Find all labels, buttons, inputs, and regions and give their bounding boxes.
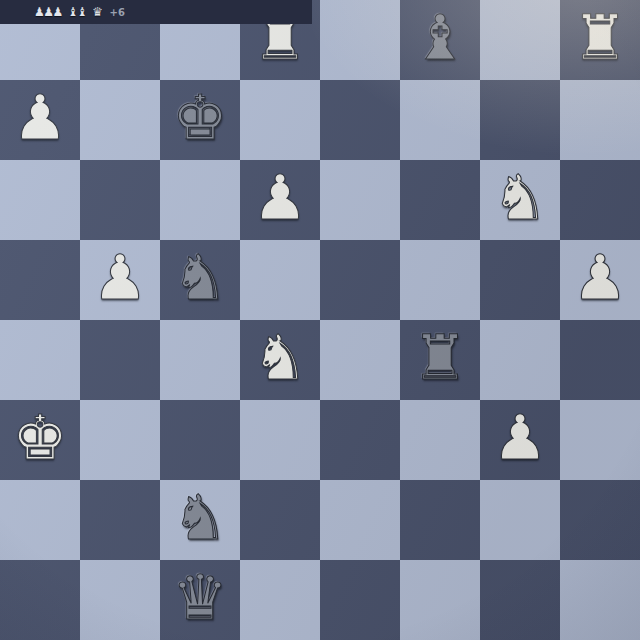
- square-g4[interactable]: [480, 320, 560, 400]
- square-b2[interactable]: [80, 480, 160, 560]
- piece-black-king-c7[interactable]: ♚: [172, 78, 228, 158]
- square-e8[interactable]: [320, 0, 400, 80]
- square-e7[interactable]: [320, 80, 400, 160]
- square-f6[interactable]: [400, 160, 480, 240]
- square-c5[interactable]: ♞: [160, 240, 240, 320]
- square-a1[interactable]: [0, 560, 80, 640]
- square-e5[interactable]: [320, 240, 400, 320]
- square-a7[interactable]: ♟: [0, 80, 80, 160]
- square-a6[interactable]: [0, 160, 80, 240]
- captured-queen-icon: ♛: [92, 5, 101, 19]
- square-b5[interactable]: ♟: [80, 240, 160, 320]
- chess-board: ♜♝♜♟♚♟♞♟♞♟♞♜♚♟♞♛: [0, 0, 640, 640]
- square-h6[interactable]: [560, 160, 640, 240]
- square-h8[interactable]: ♜: [560, 0, 640, 80]
- square-a2[interactable]: [0, 480, 80, 560]
- square-g8[interactable]: [480, 0, 560, 80]
- piece-white-rook-h8[interactable]: ♜: [572, 0, 628, 78]
- square-f3[interactable]: [400, 400, 480, 480]
- captured-bishops-icon: ♝♝: [68, 5, 87, 19]
- square-h7[interactable]: [560, 80, 640, 160]
- square-a4[interactable]: [0, 320, 80, 400]
- piece-white-pawn-a7[interactable]: ♟: [12, 78, 68, 158]
- square-b1[interactable]: [80, 560, 160, 640]
- piece-white-pawn-d6[interactable]: ♟: [252, 158, 308, 238]
- piece-white-pawn-h5[interactable]: ♟: [572, 238, 628, 318]
- square-h1[interactable]: [560, 560, 640, 640]
- piece-black-bishop-f8[interactable]: ♝: [412, 0, 468, 78]
- square-h5[interactable]: ♟: [560, 240, 640, 320]
- piece-black-rook-f4[interactable]: ♜: [412, 318, 468, 398]
- square-g5[interactable]: [480, 240, 560, 320]
- square-c4[interactable]: [160, 320, 240, 400]
- square-f4[interactable]: ♜: [400, 320, 480, 400]
- square-c7[interactable]: ♚: [160, 80, 240, 160]
- piece-white-pawn-b5[interactable]: ♟: [92, 238, 148, 318]
- square-g2[interactable]: [480, 480, 560, 560]
- piece-white-knight-g6[interactable]: ♞: [492, 158, 548, 238]
- piece-black-knight-c5[interactable]: ♞: [172, 238, 228, 318]
- square-d6[interactable]: ♟: [240, 160, 320, 240]
- player-info-bar: ♟♟♟ ♝♝ ♛ +6: [0, 0, 312, 24]
- piece-white-pawn-g3[interactable]: ♟: [492, 398, 548, 478]
- square-e1[interactable]: [320, 560, 400, 640]
- square-g6[interactable]: ♞: [480, 160, 560, 240]
- material-score: +6: [110, 7, 125, 18]
- square-c1[interactable]: ♛: [160, 560, 240, 640]
- app-window: ♜♝♜♟♚♟♞♟♞♟♞♜♚♟♞♛ ♟♟♟ ♝♝ ♛ +6: [0, 0, 640, 640]
- square-f1[interactable]: [400, 560, 480, 640]
- square-e6[interactable]: [320, 160, 400, 240]
- square-b4[interactable]: [80, 320, 160, 400]
- square-c6[interactable]: [160, 160, 240, 240]
- square-f5[interactable]: [400, 240, 480, 320]
- square-c2[interactable]: ♞: [160, 480, 240, 560]
- square-e4[interactable]: [320, 320, 400, 400]
- square-b6[interactable]: [80, 160, 160, 240]
- square-f7[interactable]: [400, 80, 480, 160]
- square-h3[interactable]: [560, 400, 640, 480]
- square-d1[interactable]: [240, 560, 320, 640]
- square-a3[interactable]: ♚: [0, 400, 80, 480]
- square-a5[interactable]: [0, 240, 80, 320]
- piece-black-queen-c1[interactable]: ♛: [172, 558, 228, 638]
- square-e2[interactable]: [320, 480, 400, 560]
- square-d5[interactable]: [240, 240, 320, 320]
- square-h2[interactable]: [560, 480, 640, 560]
- square-g3[interactable]: ♟: [480, 400, 560, 480]
- square-d7[interactable]: [240, 80, 320, 160]
- square-b3[interactable]: [80, 400, 160, 480]
- square-g1[interactable]: [480, 560, 560, 640]
- square-f8[interactable]: ♝: [400, 0, 480, 80]
- square-d2[interactable]: [240, 480, 320, 560]
- piece-black-knight-c2[interactable]: ♞: [172, 478, 228, 558]
- piece-white-king-a3[interactable]: ♚: [12, 398, 68, 478]
- piece-white-knight-d4[interactable]: ♞: [252, 318, 308, 398]
- square-g7[interactable]: [480, 80, 560, 160]
- square-c3[interactable]: [160, 400, 240, 480]
- square-d4[interactable]: ♞: [240, 320, 320, 400]
- square-h4[interactable]: [560, 320, 640, 400]
- square-d3[interactable]: [240, 400, 320, 480]
- square-e3[interactable]: [320, 400, 400, 480]
- square-f2[interactable]: [400, 480, 480, 560]
- captured-pawns-icon: ♟♟♟: [34, 5, 62, 19]
- square-b7[interactable]: [80, 80, 160, 160]
